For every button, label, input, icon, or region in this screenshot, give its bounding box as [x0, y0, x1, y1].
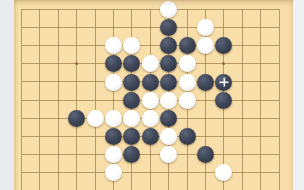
black-stone — [179, 37, 196, 54]
white-stone — [142, 110, 159, 127]
board-cell — [159, 146, 177, 164]
black-stone — [179, 128, 196, 145]
black-stone — [197, 146, 214, 163]
board-cell — [178, 55, 196, 73]
black-stone — [215, 74, 232, 91]
board-cell — [123, 146, 141, 164]
white-stone — [160, 146, 177, 163]
black-stone — [123, 74, 140, 91]
board-cell — [123, 91, 141, 109]
white-stone — [105, 146, 122, 163]
board-cell — [123, 109, 141, 127]
board-cell — [104, 55, 122, 73]
black-stone — [123, 92, 140, 109]
black-stone — [160, 37, 177, 54]
white-stone — [105, 110, 122, 127]
black-stone — [160, 19, 177, 36]
white-stone — [123, 110, 140, 127]
board-cell — [123, 55, 141, 73]
white-stone — [160, 92, 177, 109]
app-screen — [0, 0, 304, 190]
board-cell — [159, 73, 177, 91]
black-stone — [160, 74, 177, 91]
black-stone — [142, 74, 159, 91]
board-cell — [215, 37, 233, 55]
board-cell — [178, 37, 196, 55]
last-move-marker — [219, 78, 228, 87]
board-cell — [178, 91, 196, 109]
board-cell — [159, 91, 177, 109]
board-cell — [141, 55, 159, 73]
board-cell — [104, 37, 122, 55]
board-cell — [159, 55, 177, 73]
board-cell — [178, 73, 196, 91]
white-stone — [142, 55, 159, 72]
board-cell — [196, 37, 214, 55]
board-cell — [196, 18, 214, 36]
white-stone — [160, 128, 177, 145]
stones-layer — [12, 0, 288, 190]
board-cell — [215, 73, 233, 91]
black-stone — [123, 128, 140, 145]
board-cell — [141, 73, 159, 91]
board-cell — [141, 91, 159, 109]
board-cell — [196, 73, 214, 91]
board-cell — [159, 109, 177, 127]
white-stone — [87, 110, 104, 127]
black-stone — [68, 110, 85, 127]
black-stone — [105, 128, 122, 145]
page-background-right — [293, 0, 304, 190]
black-stone — [123, 55, 140, 72]
white-stone — [197, 19, 214, 36]
white-stone — [179, 92, 196, 109]
board-cell — [159, 128, 177, 146]
black-stone — [123, 146, 140, 163]
board-cell — [159, 0, 177, 18]
board-cell — [86, 109, 104, 127]
white-stone — [179, 74, 196, 91]
board-cell — [104, 128, 122, 146]
board-cell — [141, 109, 159, 127]
board-cell — [123, 128, 141, 146]
black-stone — [215, 37, 232, 54]
white-stone — [105, 164, 122, 181]
board-cell — [104, 73, 122, 91]
white-stone — [179, 55, 196, 72]
white-stone — [123, 37, 140, 54]
white-stone — [105, 37, 122, 54]
board-cell — [123, 37, 141, 55]
white-stone — [197, 37, 214, 54]
board-cell — [123, 73, 141, 91]
black-stone — [142, 128, 159, 145]
board-cell — [178, 128, 196, 146]
board-cell — [196, 146, 214, 164]
white-stone — [105, 74, 122, 91]
board-cell — [104, 109, 122, 127]
board-cell — [104, 164, 122, 182]
black-stone — [215, 92, 232, 109]
white-stone — [160, 1, 177, 18]
black-stone — [197, 74, 214, 91]
board-cell — [141, 128, 159, 146]
board-cell — [215, 91, 233, 109]
black-stone — [160, 55, 177, 72]
board-cell — [159, 37, 177, 55]
board-cell — [67, 109, 85, 127]
gomoku-board[interactable] — [14, 0, 293, 190]
white-stone — [142, 92, 159, 109]
board-cell — [215, 164, 233, 182]
black-stone — [105, 55, 122, 72]
board-cell — [104, 146, 122, 164]
board-cell — [159, 18, 177, 36]
black-stone — [160, 110, 177, 127]
white-stone — [215, 164, 232, 181]
